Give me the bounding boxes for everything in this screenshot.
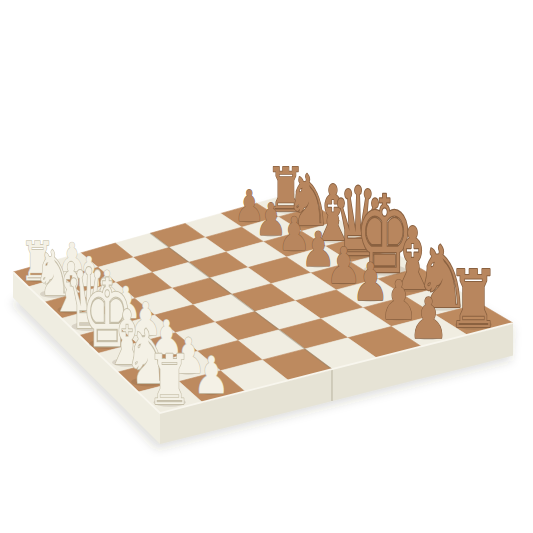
svg-text:♜: ♜ bbox=[447, 252, 499, 344]
piece-black-pawn-h7[interactable]: ♟ bbox=[408, 286, 448, 351]
piece-white-rook-h1[interactable]: ♜ bbox=[147, 340, 192, 420]
piece-black-rook-h8[interactable]: ♜ bbox=[447, 252, 499, 344]
piece-white-pawn-h2[interactable]: ♟ bbox=[193, 346, 229, 406]
chess-product-photo: ♜♟♞♟♟♜♝♟♟♞♛♟♟♝♚♟♟♛♝♟♟♚♞♟♟♝♜♟♟♞♟♜ bbox=[0, 0, 533, 533]
svg-text:♜: ♜ bbox=[147, 340, 192, 420]
svg-text:♟: ♟ bbox=[408, 286, 448, 351]
svg-text:♟: ♟ bbox=[193, 346, 229, 406]
chess-board-3d: ♜♟♞♟♟♜♝♟♟♞♛♟♟♝♚♟♟♛♝♟♟♚♞♟♟♝♜♟♟♞♟♜ bbox=[0, 0, 533, 533]
